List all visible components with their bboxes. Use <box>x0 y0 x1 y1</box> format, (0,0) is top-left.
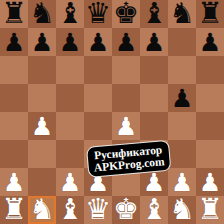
chess-app-screen: ♜♞♝♛♚♝♞♜♟♟♟♟♟♟♟♟♟♟♟♟♟♟♟♟♜♞♝♛♚♝♞♜ Русифик… <box>0 0 224 224</box>
square-h7[interactable]: ♟ <box>196 28 224 56</box>
square-a1[interactable]: ♜ <box>0 196 28 224</box>
square-a5[interactable] <box>0 84 28 112</box>
square-g5[interactable]: ♟ <box>168 84 196 112</box>
square-c7[interactable]: ♟ <box>56 28 84 56</box>
square-e5[interactable] <box>112 84 140 112</box>
black-pawn: ♟ <box>3 30 25 55</box>
square-b7[interactable]: ♟ <box>28 28 56 56</box>
square-a4[interactable] <box>0 112 28 140</box>
black-knight: ♞ <box>29 0 55 28</box>
square-b2[interactable] <box>28 168 56 196</box>
chess-board[interactable]: ♜♞♝♛♚♝♞♜♟♟♟♟♟♟♟♟♟♟♟♟♟♟♟♟♜♞♝♛♚♝♞♜ <box>0 0 224 224</box>
square-b1[interactable]: ♞ <box>28 196 56 224</box>
square-g2[interactable]: ♟ <box>168 168 196 196</box>
black-knight: ♞ <box>169 0 195 28</box>
square-d1[interactable]: ♛ <box>84 196 112 224</box>
square-f5[interactable] <box>140 84 168 112</box>
square-d5[interactable] <box>84 84 112 112</box>
black-pawn: ♟ <box>171 86 193 111</box>
black-pawn: ♟ <box>199 30 221 55</box>
white-pawn: ♟ <box>199 170 221 195</box>
square-h5[interactable] <box>196 84 224 112</box>
square-c5[interactable] <box>56 84 84 112</box>
square-c8[interactable]: ♝ <box>56 0 84 28</box>
square-c2[interactable]: ♟ <box>56 168 84 196</box>
square-c6[interactable] <box>56 56 84 84</box>
white-pawn: ♟ <box>59 170 81 195</box>
square-e6[interactable] <box>112 56 140 84</box>
square-g6[interactable] <box>168 56 196 84</box>
white-bishop: ♝ <box>141 195 167 224</box>
square-e1[interactable]: ♚ <box>112 196 140 224</box>
square-b6[interactable] <box>28 56 56 84</box>
white-queen: ♛ <box>85 195 111 224</box>
black-pawn: ♟ <box>143 30 165 55</box>
square-f8[interactable]: ♝ <box>140 0 168 28</box>
square-g3[interactable] <box>168 140 196 168</box>
white-pawn: ♟ <box>3 170 25 195</box>
black-pawn: ♟ <box>31 30 53 55</box>
white-pawn: ♟ <box>143 170 165 195</box>
square-g8[interactable]: ♞ <box>168 0 196 28</box>
square-e7[interactable]: ♟ <box>112 28 140 56</box>
square-h8[interactable]: ♜ <box>196 0 224 28</box>
white-knight: ♞ <box>169 195 195 224</box>
square-c1[interactable]: ♝ <box>56 196 84 224</box>
black-bishop: ♝ <box>57 0 83 28</box>
square-e8[interactable]: ♚ <box>112 0 140 28</box>
white-bishop: ♝ <box>57 195 83 224</box>
black-king: ♚ <box>113 0 139 28</box>
square-h4[interactable] <box>196 112 224 140</box>
square-b3[interactable] <box>28 140 56 168</box>
square-f7[interactable]: ♟ <box>140 28 168 56</box>
square-f1[interactable]: ♝ <box>140 196 168 224</box>
white-rook: ♜ <box>197 195 223 224</box>
square-f6[interactable] <box>140 56 168 84</box>
square-a2[interactable]: ♟ <box>0 168 28 196</box>
white-king: ♚ <box>113 195 139 224</box>
square-b5[interactable] <box>28 84 56 112</box>
square-e4[interactable]: ♟ <box>112 112 140 140</box>
square-a3[interactable] <box>0 140 28 168</box>
black-pawn: ♟ <box>115 30 137 55</box>
square-h3[interactable] <box>196 140 224 168</box>
square-c3[interactable] <box>56 140 84 168</box>
square-h6[interactable] <box>196 56 224 84</box>
square-f4[interactable] <box>140 112 168 140</box>
square-g1[interactable]: ♞ <box>168 196 196 224</box>
square-a8[interactable]: ♜ <box>0 0 28 28</box>
black-pawn: ♟ <box>87 30 109 55</box>
square-d6[interactable] <box>84 56 112 84</box>
square-a6[interactable] <box>0 56 28 84</box>
square-b8[interactable]: ♞ <box>28 0 56 28</box>
black-pawn: ♟ <box>59 30 81 55</box>
square-h1[interactable]: ♜ <box>196 196 224 224</box>
square-d7[interactable]: ♟ <box>84 28 112 56</box>
square-a7[interactable]: ♟ <box>0 28 28 56</box>
square-b4[interactable]: ♟ <box>28 112 56 140</box>
square-g4[interactable] <box>168 112 196 140</box>
white-pawn: ♟ <box>31 114 53 139</box>
black-bishop: ♝ <box>141 0 167 28</box>
white-pawn: ♟ <box>171 170 193 195</box>
white-knight: ♞ <box>29 195 55 224</box>
white-pawn: ♟ <box>115 114 137 139</box>
square-g7[interactable] <box>168 28 196 56</box>
square-d8[interactable]: ♛ <box>84 0 112 28</box>
white-rook: ♜ <box>1 195 27 224</box>
square-d4[interactable] <box>84 112 112 140</box>
square-c4[interactable] <box>56 112 84 140</box>
square-h2[interactable]: ♟ <box>196 168 224 196</box>
black-rook: ♜ <box>197 0 223 28</box>
black-rook: ♜ <box>1 0 27 28</box>
black-queen: ♛ <box>85 0 111 28</box>
